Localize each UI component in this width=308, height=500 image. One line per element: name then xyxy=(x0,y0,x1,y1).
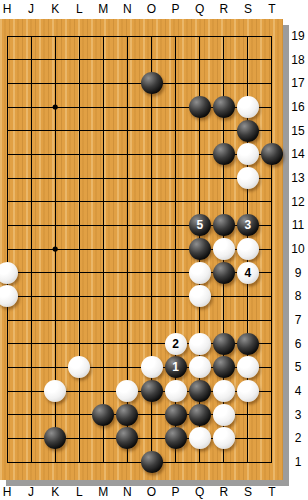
row-label-4: 4 xyxy=(289,384,307,398)
stone-black-M3[interactable] xyxy=(92,404,114,426)
column-label-bottom-L: L xyxy=(70,485,88,499)
stone-white-O5[interactable] xyxy=(141,356,163,378)
stone-black-Q4[interactable] xyxy=(189,380,211,402)
stone-black-R16[interactable] xyxy=(213,96,235,118)
stone-black-R9[interactable] xyxy=(213,262,235,284)
stone-white-R10[interactable] xyxy=(213,238,235,260)
column-label-bottom-N: N xyxy=(118,485,136,499)
stone-black-R6[interactable] xyxy=(213,333,235,355)
stone-black-O1[interactable] xyxy=(141,451,163,473)
stone-black-R14[interactable] xyxy=(213,143,235,165)
column-label-top-M: M xyxy=(94,2,112,16)
stone-white-S9[interactable]: 4 xyxy=(237,262,259,284)
column-label-top-O: O xyxy=(143,2,161,16)
row-label-5: 5 xyxy=(289,360,307,374)
row-label-9: 9 xyxy=(289,266,307,280)
row-label-14: 14 xyxy=(289,147,307,161)
row-label-2: 2 xyxy=(289,431,307,445)
column-label-bottom-T: T xyxy=(263,485,281,499)
row-label-3: 3 xyxy=(289,408,307,422)
column-label-bottom-R: R xyxy=(215,485,233,499)
column-label-top-H: H xyxy=(0,2,16,16)
column-label-top-S: S xyxy=(239,2,257,16)
column-label-top-K: K xyxy=(46,2,64,16)
row-label-19: 19 xyxy=(289,29,307,43)
row-label-15: 15 xyxy=(289,124,307,138)
row-label-17: 17 xyxy=(289,76,307,90)
row-label-10: 10 xyxy=(289,242,307,256)
column-label-bottom-J: J xyxy=(22,485,40,499)
column-label-bottom-O: O xyxy=(143,485,161,499)
column-label-bottom-M: M xyxy=(94,485,112,499)
stone-black-N3[interactable] xyxy=(116,404,138,426)
stone-white-S4[interactable] xyxy=(237,380,259,402)
row-label-12: 12 xyxy=(289,195,307,209)
stone-black-Q3[interactable] xyxy=(189,404,211,426)
stone-white-S10[interactable] xyxy=(237,238,259,260)
stone-white-Q8[interactable] xyxy=(189,285,211,307)
star-point-K16 xyxy=(53,104,58,109)
stone-black-P3[interactable] xyxy=(165,404,187,426)
row-label-13: 13 xyxy=(289,171,307,185)
star-point-K10 xyxy=(53,246,58,251)
stone-white-Q5[interactable] xyxy=(189,356,211,378)
stone-white-S13[interactable] xyxy=(237,167,259,189)
column-label-bottom-S: S xyxy=(239,485,257,499)
column-label-bottom-K: K xyxy=(46,485,64,499)
row-label-11: 11 xyxy=(289,218,307,232)
stone-black-Q10[interactable] xyxy=(189,238,211,260)
stone-white-Q2[interactable] xyxy=(189,427,211,449)
column-label-top-N: N xyxy=(118,2,136,16)
column-label-bottom-Q: Q xyxy=(191,485,209,499)
stone-white-R4[interactable] xyxy=(213,380,235,402)
column-label-top-L: L xyxy=(70,2,88,16)
stone-white-Q9[interactable] xyxy=(189,262,211,284)
stone-white-R3[interactable] xyxy=(213,404,235,426)
row-label-1: 1 xyxy=(289,455,307,469)
stone-white-P4[interactable] xyxy=(165,380,187,402)
column-label-bottom-H: H xyxy=(0,485,16,499)
column-label-top-P: P xyxy=(167,2,185,16)
column-label-top-R: R xyxy=(215,2,233,16)
stone-white-S16[interactable] xyxy=(237,96,259,118)
column-label-bottom-P: P xyxy=(167,485,185,499)
go-diagram: 53142 HHJJKKLLMMNNOOPPQQRRSSTT1918171615… xyxy=(0,0,308,500)
row-label-18: 18 xyxy=(289,53,307,67)
column-label-top-Q: Q xyxy=(191,2,209,16)
go-board[interactable]: 53142 xyxy=(0,19,283,480)
row-label-6: 6 xyxy=(289,337,307,351)
row-label-7: 7 xyxy=(289,313,307,327)
column-label-top-J: J xyxy=(22,2,40,16)
stone-black-Q11[interactable]: 5 xyxy=(189,214,211,236)
stone-black-S6[interactable] xyxy=(237,333,259,355)
stone-black-P5[interactable]: 1 xyxy=(165,356,187,378)
stone-white-Q6[interactable] xyxy=(189,333,211,355)
stone-black-S15[interactable] xyxy=(237,120,259,142)
stone-black-Q16[interactable] xyxy=(189,96,211,118)
stone-black-P2[interactable] xyxy=(165,427,187,449)
column-label-top-T: T xyxy=(263,2,281,16)
row-label-8: 8 xyxy=(289,289,307,303)
stone-black-R11[interactable] xyxy=(213,214,235,236)
stone-white-P6[interactable]: 2 xyxy=(165,333,187,355)
row-label-16: 16 xyxy=(289,100,307,114)
stone-black-O17[interactable] xyxy=(141,72,163,94)
stone-black-O4[interactable] xyxy=(141,380,163,402)
